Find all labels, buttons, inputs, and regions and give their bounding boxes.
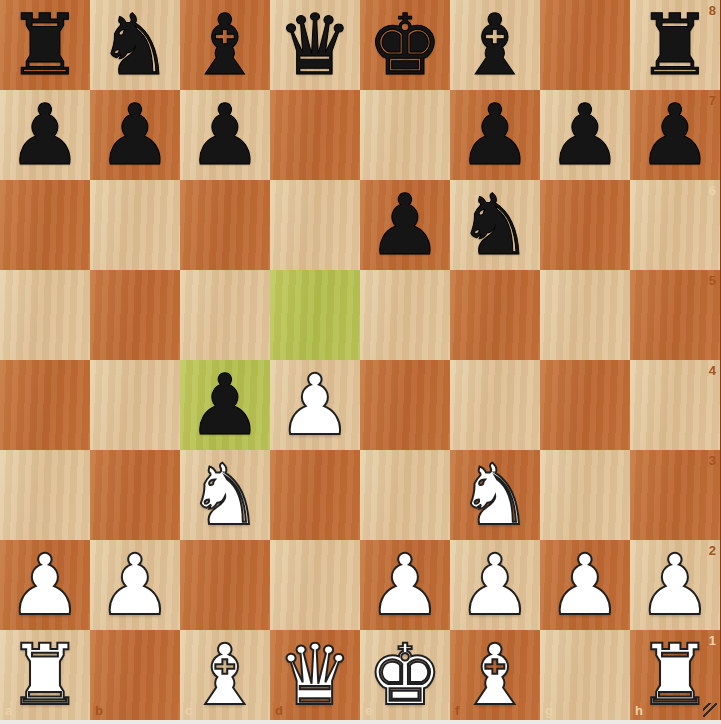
piece-black-rook[interactable]: ♜: [630, 0, 720, 90]
square-b1[interactable]: b: [90, 630, 180, 720]
rank-label-5: 5: [709, 274, 716, 287]
piece-white-knight[interactable]: ♞: [180, 450, 270, 540]
piece-black-knight[interactable]: ♞: [450, 180, 540, 270]
square-e7[interactable]: [360, 90, 450, 180]
square-e6[interactable]: ♟: [360, 180, 450, 270]
piece-black-pawn[interactable]: ♟: [450, 90, 540, 180]
board-resize-handle-icon[interactable]: [703, 703, 717, 717]
piece-white-pawn[interactable]: ♟: [360, 540, 450, 630]
square-h7[interactable]: ♟7: [630, 90, 720, 180]
piece-white-rook[interactable]: ♜: [0, 630, 90, 720]
square-h5[interactable]: 5: [630, 270, 720, 360]
square-e3[interactable]: [360, 450, 450, 540]
piece-white-queen[interactable]: ♛: [270, 630, 360, 720]
square-f6[interactable]: ♞: [450, 180, 540, 270]
square-e5[interactable]: [360, 270, 450, 360]
square-a5[interactable]: [0, 270, 90, 360]
square-h6[interactable]: 6: [630, 180, 720, 270]
square-d4[interactable]: ♟: [270, 360, 360, 450]
square-f1[interactable]: ♝f: [450, 630, 540, 720]
piece-white-pawn[interactable]: ♟: [630, 540, 720, 630]
square-b4[interactable]: [90, 360, 180, 450]
square-c7[interactable]: ♟: [180, 90, 270, 180]
square-b6[interactable]: [90, 180, 180, 270]
square-g5[interactable]: [540, 270, 630, 360]
square-e2[interactable]: ♟: [360, 540, 450, 630]
square-a2[interactable]: ♟: [0, 540, 90, 630]
square-f7[interactable]: ♟: [450, 90, 540, 180]
piece-black-pawn[interactable]: ♟: [540, 90, 630, 180]
piece-black-knight[interactable]: ♞: [90, 0, 180, 90]
page-background-strip: [0, 720, 721, 724]
piece-white-bishop[interactable]: ♝: [180, 630, 270, 720]
square-g3[interactable]: [540, 450, 630, 540]
square-g1[interactable]: g: [540, 630, 630, 720]
piece-black-rook[interactable]: ♜: [0, 0, 90, 90]
piece-white-bishop[interactable]: ♝: [450, 630, 540, 720]
square-d5[interactable]: [270, 270, 360, 360]
square-a6[interactable]: [0, 180, 90, 270]
square-g8[interactable]: [540, 0, 630, 90]
file-label-b: b: [95, 704, 103, 717]
piece-black-bishop[interactable]: ♝: [450, 0, 540, 90]
square-g4[interactable]: [540, 360, 630, 450]
square-d2[interactable]: [270, 540, 360, 630]
piece-white-pawn[interactable]: ♟: [0, 540, 90, 630]
square-h8[interactable]: ♜8: [630, 0, 720, 90]
square-d7[interactable]: [270, 90, 360, 180]
rank-label-3: 3: [709, 454, 716, 467]
piece-black-pawn[interactable]: ♟: [360, 180, 450, 270]
piece-white-pawn[interactable]: ♟: [540, 540, 630, 630]
piece-black-pawn[interactable]: ♟: [180, 90, 270, 180]
piece-black-bishop[interactable]: ♝: [180, 0, 270, 90]
rank-label-4: 4: [709, 364, 716, 377]
square-g6[interactable]: [540, 180, 630, 270]
square-b8[interactable]: ♞: [90, 0, 180, 90]
piece-black-queen[interactable]: ♛: [270, 0, 360, 90]
square-b2[interactable]: ♟: [90, 540, 180, 630]
piece-white-pawn[interactable]: ♟: [450, 540, 540, 630]
square-e8[interactable]: ♚: [360, 0, 450, 90]
square-g2[interactable]: ♟: [540, 540, 630, 630]
square-g7[interactable]: ♟: [540, 90, 630, 180]
square-b3[interactable]: [90, 450, 180, 540]
square-d1[interactable]: ♛d: [270, 630, 360, 720]
square-c5[interactable]: [180, 270, 270, 360]
square-h4[interactable]: 4: [630, 360, 720, 450]
square-f5[interactable]: [450, 270, 540, 360]
chess-board[interactable]: ♜♞♝♛♚♝♜8♟♟♟♟♟♟7♟♞65♟♟4♞♞3♟♟♟♟♟♟2♜ab♝c♛d♚…: [0, 0, 721, 720]
chess-board-page: ♜♞♝♛♚♝♜8♟♟♟♟♟♟7♟♞65♟♟4♞♞3♟♟♟♟♟♟2♜ab♝c♛d♚…: [0, 0, 721, 724]
square-f3[interactable]: ♞: [450, 450, 540, 540]
square-a8[interactable]: ♜: [0, 0, 90, 90]
piece-black-pawn[interactable]: ♟: [630, 90, 720, 180]
piece-white-pawn[interactable]: ♟: [90, 540, 180, 630]
square-f2[interactable]: ♟: [450, 540, 540, 630]
square-b7[interactable]: ♟: [90, 90, 180, 180]
square-f8[interactable]: ♝: [450, 0, 540, 90]
square-c1[interactable]: ♝c: [180, 630, 270, 720]
square-c2[interactable]: [180, 540, 270, 630]
square-c6[interactable]: [180, 180, 270, 270]
piece-white-pawn[interactable]: ♟: [270, 360, 360, 450]
square-c3[interactable]: ♞: [180, 450, 270, 540]
square-d6[interactable]: [270, 180, 360, 270]
square-c8[interactable]: ♝: [180, 0, 270, 90]
square-c4[interactable]: ♟: [180, 360, 270, 450]
piece-black-king[interactable]: ♚: [360, 0, 450, 90]
file-label-g: g: [545, 704, 553, 717]
square-e4[interactable]: [360, 360, 450, 450]
piece-black-pawn[interactable]: ♟: [0, 90, 90, 180]
square-a4[interactable]: [0, 360, 90, 450]
rank-label-6: 6: [709, 184, 716, 197]
square-a7[interactable]: ♟: [0, 90, 90, 180]
square-d8[interactable]: ♛: [270, 0, 360, 90]
square-f4[interactable]: [450, 360, 540, 450]
square-d3[interactable]: [270, 450, 360, 540]
square-e1[interactable]: ♚e: [360, 630, 450, 720]
piece-black-pawn[interactable]: ♟: [180, 360, 270, 450]
piece-white-king[interactable]: ♚: [360, 630, 450, 720]
square-a3[interactable]: [0, 450, 90, 540]
piece-white-knight[interactable]: ♞: [450, 450, 540, 540]
square-b5[interactable]: [90, 270, 180, 360]
square-h3[interactable]: 3: [630, 450, 720, 540]
square-h2[interactable]: ♟2: [630, 540, 720, 630]
square-a1[interactable]: ♜a: [0, 630, 90, 720]
piece-black-pawn[interactable]: ♟: [90, 90, 180, 180]
